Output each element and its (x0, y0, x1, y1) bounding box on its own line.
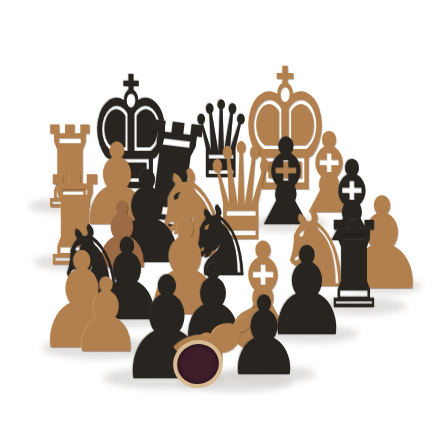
chess-pieces-photo: ♛♚♚♜♝♟♝♜♛♝♞♟♜♟♞♞♟♞♜♟♟♝♟♟♟♟♟♟♟♟ (0, 0, 440, 440)
pieces-layer: ♛♚♚♜♝♟♝♜♛♝♞♟♜♟♞♞♟♞♜♟♟♝♟♟♟♟♟♟♟♟ (0, 0, 440, 440)
